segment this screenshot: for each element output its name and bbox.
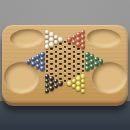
board-hole[interactable] — [68, 68, 71, 70]
board-hole[interactable] — [73, 60, 76, 62]
board-hole[interactable] — [68, 78, 71, 80]
board-hole[interactable] — [68, 73, 71, 75]
board-hole[interactable] — [68, 53, 71, 55]
board-hole[interactable] — [46, 55, 49, 57]
marble-white[interactable] — [58, 37, 63, 42]
board-hole[interactable] — [46, 70, 49, 72]
board-hole[interactable] — [46, 60, 49, 62]
board-hole[interactable] — [82, 65, 85, 67]
board-hole[interactable] — [50, 58, 53, 60]
board-hole[interactable] — [55, 51, 58, 53]
marble-yellow[interactable] — [81, 79, 86, 84]
board-hole[interactable] — [68, 58, 71, 60]
board-hole[interactable] — [68, 43, 71, 45]
board-hole[interactable] — [50, 73, 53, 75]
marble-blue[interactable] — [40, 57, 45, 62]
board-hole[interactable] — [55, 60, 58, 62]
photo-scene — [0, 0, 130, 130]
board-hole[interactable] — [64, 80, 67, 82]
marble-green[interactable] — [99, 59, 104, 64]
board-hole[interactable] — [59, 73, 62, 75]
marble-blue[interactable] — [40, 66, 45, 71]
marble-red[interactable] — [81, 35, 86, 40]
board-hole[interactable] — [46, 65, 49, 67]
board-hole[interactable] — [73, 51, 76, 53]
board-hole[interactable] — [55, 70, 58, 72]
board-hole[interactable] — [46, 51, 49, 53]
board-hole[interactable] — [77, 48, 80, 50]
board-hole[interactable] — [64, 75, 67, 77]
board-hole[interactable] — [73, 75, 76, 77]
board-hole[interactable] — [50, 68, 53, 70]
board-hole[interactable] — [77, 68, 80, 70]
board-hole[interactable] — [59, 78, 62, 80]
board-hole[interactable] — [77, 58, 80, 60]
marble-yellow[interactable] — [81, 74, 86, 79]
board-hole[interactable] — [64, 51, 67, 53]
board-hole[interactable] — [77, 53, 80, 55]
board-hole[interactable] — [73, 55, 76, 57]
board-hole[interactable] — [59, 43, 62, 45]
board-hole[interactable] — [73, 65, 76, 67]
board-hole[interactable] — [82, 55, 85, 57]
board-hole[interactable] — [50, 63, 53, 65]
game-board — [2, 25, 128, 103]
board-hole[interactable] — [64, 41, 67, 43]
marble-yellow[interactable] — [81, 84, 86, 89]
board-hole[interactable] — [64, 60, 67, 62]
board-hole[interactable] — [82, 70, 85, 72]
board-hole[interactable] — [73, 70, 76, 72]
board-hole[interactable] — [64, 65, 67, 67]
marble-yellow[interactable] — [81, 89, 86, 94]
board-hole[interactable] — [59, 53, 62, 55]
board-hole[interactable] — [50, 48, 53, 50]
board-hole[interactable] — [68, 63, 71, 65]
board-hole[interactable] — [82, 60, 85, 62]
board-hole[interactable] — [68, 48, 71, 50]
board-hole[interactable] — [59, 68, 62, 70]
board-hole[interactable] — [55, 75, 58, 77]
board-hole[interactable] — [55, 46, 58, 48]
board-hole[interactable] — [64, 55, 67, 57]
board-hole[interactable] — [59, 48, 62, 50]
board-hole[interactable] — [50, 53, 53, 55]
board-hole[interactable] — [77, 73, 80, 75]
marble-red[interactable] — [81, 30, 86, 35]
board-hole[interactable] — [64, 70, 67, 72]
star-grid — [2, 25, 128, 103]
board-hole[interactable] — [59, 58, 62, 60]
board-hole[interactable] — [55, 65, 58, 67]
marble-blue[interactable] — [40, 52, 45, 57]
marble-black[interactable] — [58, 81, 63, 86]
board-hole[interactable] — [82, 51, 85, 53]
marble-red[interactable] — [81, 44, 86, 49]
board-hole[interactable] — [64, 46, 67, 48]
board-hole[interactable] — [73, 46, 76, 48]
board-hole[interactable] — [55, 55, 58, 57]
table-surface — [0, 101, 130, 130]
board-hole[interactable] — [77, 63, 80, 65]
board-hole[interactable] — [59, 63, 62, 65]
